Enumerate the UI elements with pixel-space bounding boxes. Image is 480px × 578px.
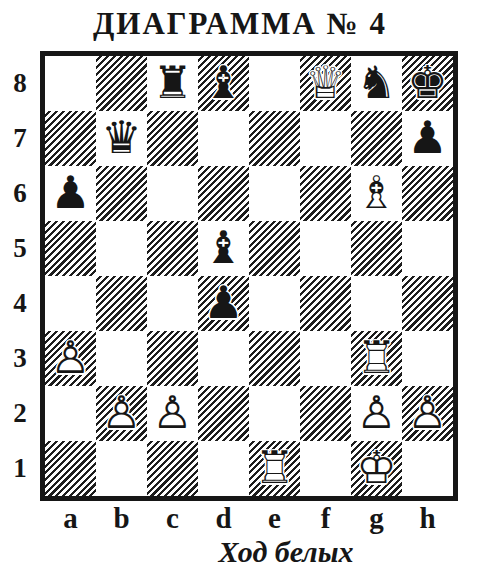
rank-labels: 87654321 (0, 56, 40, 496)
square-f8: ♛♕ (300, 56, 351, 111)
black-bishop: ♝♝ (198, 221, 249, 276)
square-e1: ♜♖ (249, 441, 300, 496)
square-f2 (300, 386, 351, 441)
white-queen: ♛♕ (300, 56, 351, 111)
rank-label-6: 6 (0, 166, 40, 221)
square-b1 (96, 441, 147, 496)
square-g7 (351, 111, 402, 166)
square-g3: ♜♖ (351, 331, 402, 386)
square-b4 (96, 276, 147, 331)
square-b7: ♛♛ (96, 111, 147, 166)
black-bishop: ♝♝ (198, 56, 249, 111)
square-f7 (300, 111, 351, 166)
square-b3 (96, 331, 147, 386)
square-b2: ♟♙ (96, 386, 147, 441)
black-queen: ♛♛ (96, 111, 147, 166)
square-a4 (45, 276, 96, 331)
square-c4 (147, 276, 198, 331)
rank-label-4: 4 (0, 276, 40, 331)
square-e7 (249, 111, 300, 166)
square-f6 (300, 166, 351, 221)
square-g2: ♟♙ (351, 386, 402, 441)
board-area: 87654321 ♜♜♝♝♛♕♞♞♚♚♛♛♟♟♟♟♝♗♝♝♟♟♟♙♜♖♟♙♟♙♟… (0, 51, 480, 501)
square-h6 (402, 166, 453, 221)
square-a1 (45, 441, 96, 496)
square-f5 (300, 221, 351, 276)
white-pawn: ♟♙ (96, 386, 147, 441)
file-label-g: g (351, 502, 402, 535)
rank-label-7: 7 (0, 111, 40, 166)
square-a5 (45, 221, 96, 276)
file-label-f: f (300, 502, 351, 535)
square-d4: ♟♟ (198, 276, 249, 331)
white-pawn: ♟♙ (402, 386, 453, 441)
square-h7: ♟♟ (402, 111, 453, 166)
black-pawn: ♟♟ (402, 111, 453, 166)
white-bishop: ♝♗ (351, 166, 402, 221)
square-a6: ♟♟ (45, 166, 96, 221)
square-h3 (402, 331, 453, 386)
square-e8 (249, 56, 300, 111)
square-h2: ♟♙ (402, 386, 453, 441)
square-e3 (249, 331, 300, 386)
square-b8 (96, 56, 147, 111)
square-f4 (300, 276, 351, 331)
square-a2 (45, 386, 96, 441)
white-rook: ♜♖ (351, 331, 402, 386)
file-label-b: b (96, 502, 147, 535)
file-labels: abcdefgh (45, 502, 480, 535)
rank-label-1: 1 (0, 441, 40, 496)
white-pawn: ♟♙ (45, 331, 96, 386)
square-g5 (351, 221, 402, 276)
square-c8: ♜♜ (147, 56, 198, 111)
square-h4 (402, 276, 453, 331)
black-rook: ♜♜ (147, 56, 198, 111)
rank-label-8: 8 (0, 56, 40, 111)
square-c5 (147, 221, 198, 276)
square-c2: ♟♙ (147, 386, 198, 441)
rank-label-2: 2 (0, 386, 40, 441)
black-knight: ♞♞ (351, 56, 402, 111)
square-a8 (45, 56, 96, 111)
square-d1 (198, 441, 249, 496)
file-label-d: d (198, 502, 249, 535)
square-d7 (198, 111, 249, 166)
square-d6 (198, 166, 249, 221)
move-indicator: Ход белых (46, 535, 480, 569)
square-c3 (147, 331, 198, 386)
rank-label-3: 3 (0, 331, 40, 386)
square-d5: ♝♝ (198, 221, 249, 276)
white-rook: ♜♖ (249, 441, 300, 496)
square-e4 (249, 276, 300, 331)
file-label-a: a (45, 502, 96, 535)
square-e6 (249, 166, 300, 221)
square-d8: ♝♝ (198, 56, 249, 111)
square-h8: ♚♚ (402, 56, 453, 111)
square-g6: ♝♗ (351, 166, 402, 221)
square-g8: ♞♞ (351, 56, 402, 111)
file-label-c: c (147, 502, 198, 535)
square-f1 (300, 441, 351, 496)
square-h5 (402, 221, 453, 276)
square-b5 (96, 221, 147, 276)
square-b6 (96, 166, 147, 221)
white-pawn: ♟♙ (351, 386, 402, 441)
rank-label-5: 5 (0, 221, 40, 276)
file-label-h: h (402, 502, 453, 535)
square-c7 (147, 111, 198, 166)
square-e5 (249, 221, 300, 276)
black-king: ♚♚ (402, 56, 453, 111)
white-pawn: ♟♙ (147, 386, 198, 441)
diagram-title: ДИАГРАММА № 4 (0, 6, 480, 42)
square-a3: ♟♙ (45, 331, 96, 386)
square-d2 (198, 386, 249, 441)
chess-board: ♜♜♝♝♛♕♞♞♚♚♛♛♟♟♟♟♝♗♝♝♟♟♟♙♜♖♟♙♟♙♟♙♟♙♜♖♚♔ (40, 51, 458, 501)
diagram-page: ДИАГРАММА № 4 87654321 ♜♜♝♝♛♕♞♞♚♚♛♛♟♟♟♟♝… (0, 6, 480, 569)
black-pawn: ♟♟ (45, 166, 96, 221)
square-a7 (45, 111, 96, 166)
square-h1 (402, 441, 453, 496)
black-pawn: ♟♟ (198, 276, 249, 331)
square-g4 (351, 276, 402, 331)
square-g1: ♚♔ (351, 441, 402, 496)
file-label-e: e (249, 502, 300, 535)
square-d3 (198, 331, 249, 386)
square-f3 (300, 331, 351, 386)
square-c6 (147, 166, 198, 221)
square-e2 (249, 386, 300, 441)
white-king: ♚♔ (351, 441, 402, 496)
square-c1 (147, 441, 198, 496)
